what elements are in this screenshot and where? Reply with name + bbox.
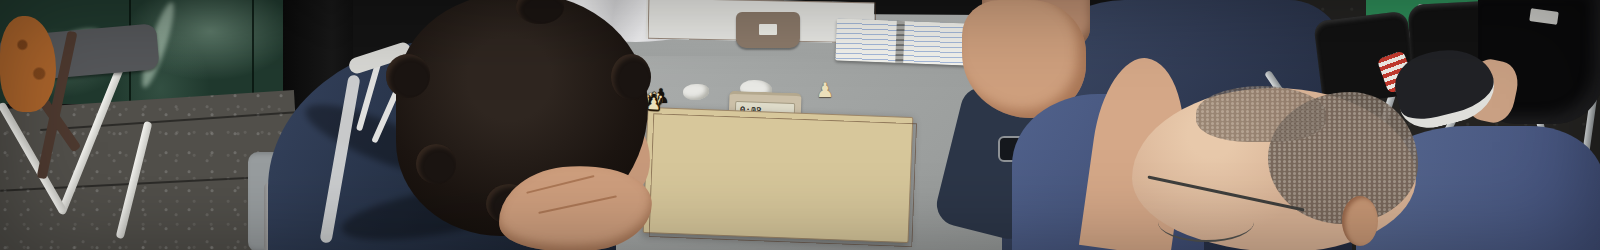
- finger-line: [526, 175, 594, 194]
- photo-chess-tournament: ♜♞♛♟♞♟♟♟♟♟♟♟ ♟ ♟ 0:02 0:18 ♜♟♟♜♚♞♛♞♚♝♟♟♟…: [0, 0, 1600, 250]
- glasses-lens-rim: [1158, 202, 1254, 242]
- piece-wP-b2: ♟: [646, 96, 661, 113]
- hair-curl: [416, 144, 456, 184]
- marble-tile-seam: [252, 0, 254, 104]
- floor-seam: [40, 111, 300, 131]
- spiral-binding: [895, 21, 905, 63]
- player-3-ear: [1342, 196, 1378, 246]
- hair-curl: [386, 54, 430, 98]
- main-board-grid: ♜♟♟♜♚♞♛♞♚♝♟♟♟♛♟♞♟♟♝♟: [649, 113, 918, 247]
- finger-line: [538, 195, 617, 214]
- clock-label-sticker: [759, 24, 777, 35]
- hair-curl: [611, 54, 651, 100]
- far-chess-clock: [736, 12, 800, 48]
- main-chessboard: ♜♟♟♜♚♞♛♞♚♝♟♟♟♛♟♞♟♟♝♟: [643, 107, 914, 243]
- hair-curl: [516, 0, 564, 24]
- player-3-hair-crown: [1196, 86, 1326, 142]
